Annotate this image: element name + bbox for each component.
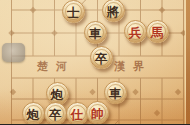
piece-black-cannon[interactable]: 炮 (46, 82, 69, 105)
piece-black-chariot[interactable]: 車 (104, 81, 127, 104)
pieces-layer: 士將車兵馬卒炮車炮卒仕帥 (0, 0, 190, 124)
piece-red-horse[interactable]: 馬 (146, 20, 169, 43)
piece-black-advisor[interactable]: 士 (62, 0, 85, 23)
piece-black-soldier[interactable]: 卒 (44, 102, 67, 125)
piece-black-chariot[interactable]: 車 (84, 21, 107, 44)
piece-black-soldier[interactable]: 卒 (90, 46, 113, 69)
piece-red-king[interactable]: 帥 (86, 101, 109, 124)
piece-red-soldier[interactable]: 兵 (124, 20, 147, 43)
xiangqi-board: 楚河 漢界 士將車兵馬卒炮車炮卒仕帥 (0, 0, 190, 124)
piece-black-general[interactable]: 將 (102, 0, 125, 22)
piece-black-cannon[interactable]: 炮 (22, 102, 45, 125)
